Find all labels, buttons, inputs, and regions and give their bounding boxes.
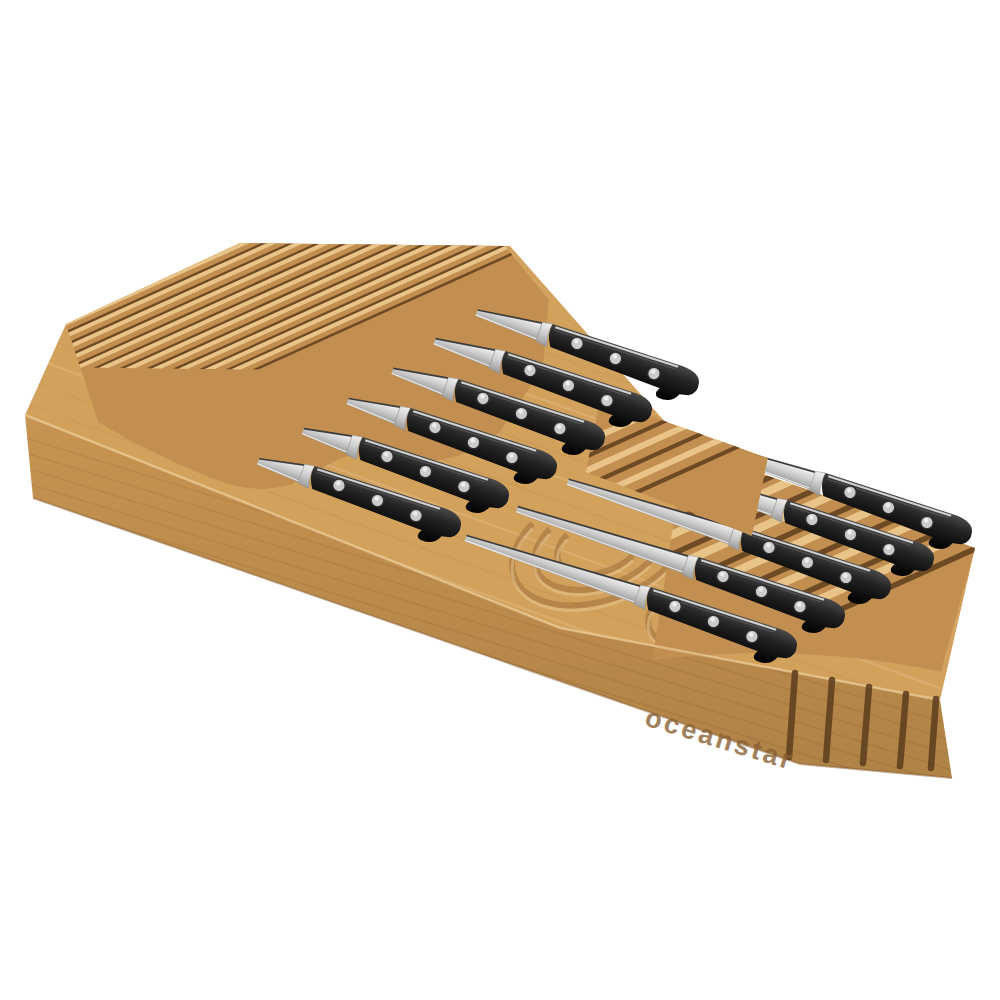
photo-canvas: oceanstar <box>0 0 1000 1000</box>
product-photo-knife-block: oceanstar <box>0 0 1000 1000</box>
